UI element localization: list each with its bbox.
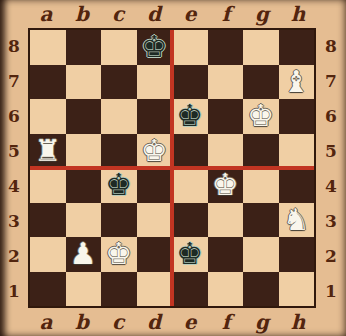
piece-white-king-f4: ♚ <box>212 170 239 200</box>
square-b8[interactable] <box>66 30 102 65</box>
piece-black-king-d8: ♚ <box>141 32 168 62</box>
file-label-e: e <box>172 308 208 336</box>
file-label-d: d <box>136 308 172 336</box>
square-b2[interactable]: ♟ <box>66 237 102 272</box>
piece-black-king-e2: ♚ <box>176 239 203 269</box>
square-d5[interactable]: ♚ <box>137 134 173 169</box>
rank-label-6: 6 <box>0 98 28 133</box>
square-a4[interactable] <box>30 168 66 203</box>
rank-label-8: 8 <box>316 28 346 63</box>
piece-white-rook-a5: ♜ <box>34 136 61 166</box>
file-label-b: b <box>64 308 100 336</box>
rank-label-7: 7 <box>316 63 346 98</box>
square-g1[interactable] <box>243 272 279 307</box>
square-c2[interactable]: ♚ <box>101 237 137 272</box>
piece-white-king-d5: ♚ <box>141 136 168 166</box>
file-labels-bottom: abcdefgh <box>28 308 316 336</box>
square-c1[interactable] <box>101 272 137 307</box>
square-c7[interactable] <box>101 65 137 100</box>
square-d4[interactable] <box>137 168 173 203</box>
square-c6[interactable] <box>101 99 137 134</box>
rank-labels-left: 87654321 <box>0 28 28 308</box>
piece-black-king-c4: ♚ <box>105 170 132 200</box>
square-h1[interactable] <box>279 272 315 307</box>
rank-label-7: 7 <box>0 63 28 98</box>
file-label-a: a <box>28 308 64 336</box>
file-label-b: b <box>64 0 100 28</box>
file-label-c: c <box>100 0 136 28</box>
file-label-d: d <box>136 0 172 28</box>
square-a8[interactable] <box>30 30 66 65</box>
rank-label-1: 1 <box>316 273 346 308</box>
square-b1[interactable] <box>66 272 102 307</box>
square-g5[interactable] <box>243 134 279 169</box>
square-d7[interactable] <box>137 65 173 100</box>
rank-label-5: 5 <box>0 133 28 168</box>
quadrant-divider-horizontal <box>30 166 314 170</box>
square-e2[interactable]: ♚ <box>172 237 208 272</box>
square-c8[interactable] <box>101 30 137 65</box>
piece-black-king-e6: ♚ <box>176 101 203 131</box>
square-g8[interactable] <box>243 30 279 65</box>
square-a1[interactable] <box>30 272 66 307</box>
file-label-h: h <box>280 308 316 336</box>
square-d1[interactable] <box>137 272 173 307</box>
chess-diagram: abcdefgh 87654321 ♚♝♚♚♜♚♚♚♞♟♚♚ 87654321 … <box>0 0 346 336</box>
square-a7[interactable] <box>30 65 66 100</box>
rank-label-3: 3 <box>0 203 28 238</box>
square-a5[interactable]: ♜ <box>30 134 66 169</box>
square-e8[interactable] <box>172 30 208 65</box>
file-label-h: h <box>280 0 316 28</box>
square-d6[interactable] <box>137 99 173 134</box>
square-e5[interactable] <box>172 134 208 169</box>
square-b6[interactable] <box>66 99 102 134</box>
square-f7[interactable] <box>208 65 244 100</box>
square-f1[interactable] <box>208 272 244 307</box>
board-frame: ♚♝♚♚♜♚♚♚♞♟♚♚ <box>28 28 316 308</box>
rank-label-5: 5 <box>316 133 346 168</box>
square-g3[interactable] <box>243 203 279 238</box>
square-e3[interactable] <box>172 203 208 238</box>
square-d2[interactable] <box>137 237 173 272</box>
square-b4[interactable] <box>66 168 102 203</box>
file-label-g: g <box>244 308 280 336</box>
rank-label-6: 6 <box>316 98 346 133</box>
rank-label-4: 4 <box>316 168 346 203</box>
rank-labels-right: 87654321 <box>316 28 346 308</box>
rank-label-3: 3 <box>316 203 346 238</box>
square-f6[interactable] <box>208 99 244 134</box>
square-e4[interactable] <box>172 168 208 203</box>
rank-label-4: 4 <box>0 168 28 203</box>
square-f8[interactable] <box>208 30 244 65</box>
square-e6[interactable]: ♚ <box>172 99 208 134</box>
file-label-a: a <box>28 0 64 28</box>
piece-white-king-c2: ♚ <box>105 239 132 269</box>
piece-white-king-g6: ♚ <box>247 101 274 131</box>
square-c5[interactable] <box>101 134 137 169</box>
square-g4[interactable] <box>243 168 279 203</box>
square-b5[interactable] <box>66 134 102 169</box>
square-c3[interactable] <box>101 203 137 238</box>
rank-label-2: 2 <box>316 238 346 273</box>
square-h7[interactable]: ♝ <box>279 65 315 100</box>
square-f2[interactable] <box>208 237 244 272</box>
square-d8[interactable]: ♚ <box>137 30 173 65</box>
file-label-f: f <box>208 0 244 28</box>
square-f5[interactable] <box>208 134 244 169</box>
square-h4[interactable] <box>279 168 315 203</box>
file-label-e: e <box>172 0 208 28</box>
square-g6[interactable]: ♚ <box>243 99 279 134</box>
file-label-g: g <box>244 0 280 28</box>
piece-white-bishop-h7: ♝ <box>283 67 310 97</box>
square-b7[interactable] <box>66 65 102 100</box>
square-a2[interactable] <box>30 237 66 272</box>
square-g7[interactable] <box>243 65 279 100</box>
square-e7[interactable] <box>172 65 208 100</box>
square-h2[interactable] <box>279 237 315 272</box>
piece-white-pawn-b2: ♟ <box>70 239 97 269</box>
square-d3[interactable] <box>137 203 173 238</box>
square-f4[interactable]: ♚ <box>208 168 244 203</box>
square-h3[interactable]: ♞ <box>279 203 315 238</box>
square-b3[interactable] <box>66 203 102 238</box>
square-e1[interactable] <box>172 272 208 307</box>
file-label-c: c <box>100 308 136 336</box>
square-a6[interactable] <box>30 99 66 134</box>
square-h5[interactable] <box>279 134 315 169</box>
square-a3[interactable] <box>30 203 66 238</box>
rank-label-2: 2 <box>0 238 28 273</box>
file-labels-top: abcdefgh <box>28 0 316 28</box>
rank-label-1: 1 <box>0 273 28 308</box>
square-f3[interactable] <box>208 203 244 238</box>
rank-label-8: 8 <box>0 28 28 63</box>
square-h6[interactable] <box>279 99 315 134</box>
file-label-f: f <box>208 308 244 336</box>
piece-white-knight-h3: ♞ <box>283 205 310 235</box>
square-c4[interactable]: ♚ <box>101 168 137 203</box>
square-h8[interactable] <box>279 30 315 65</box>
square-g2[interactable] <box>243 237 279 272</box>
